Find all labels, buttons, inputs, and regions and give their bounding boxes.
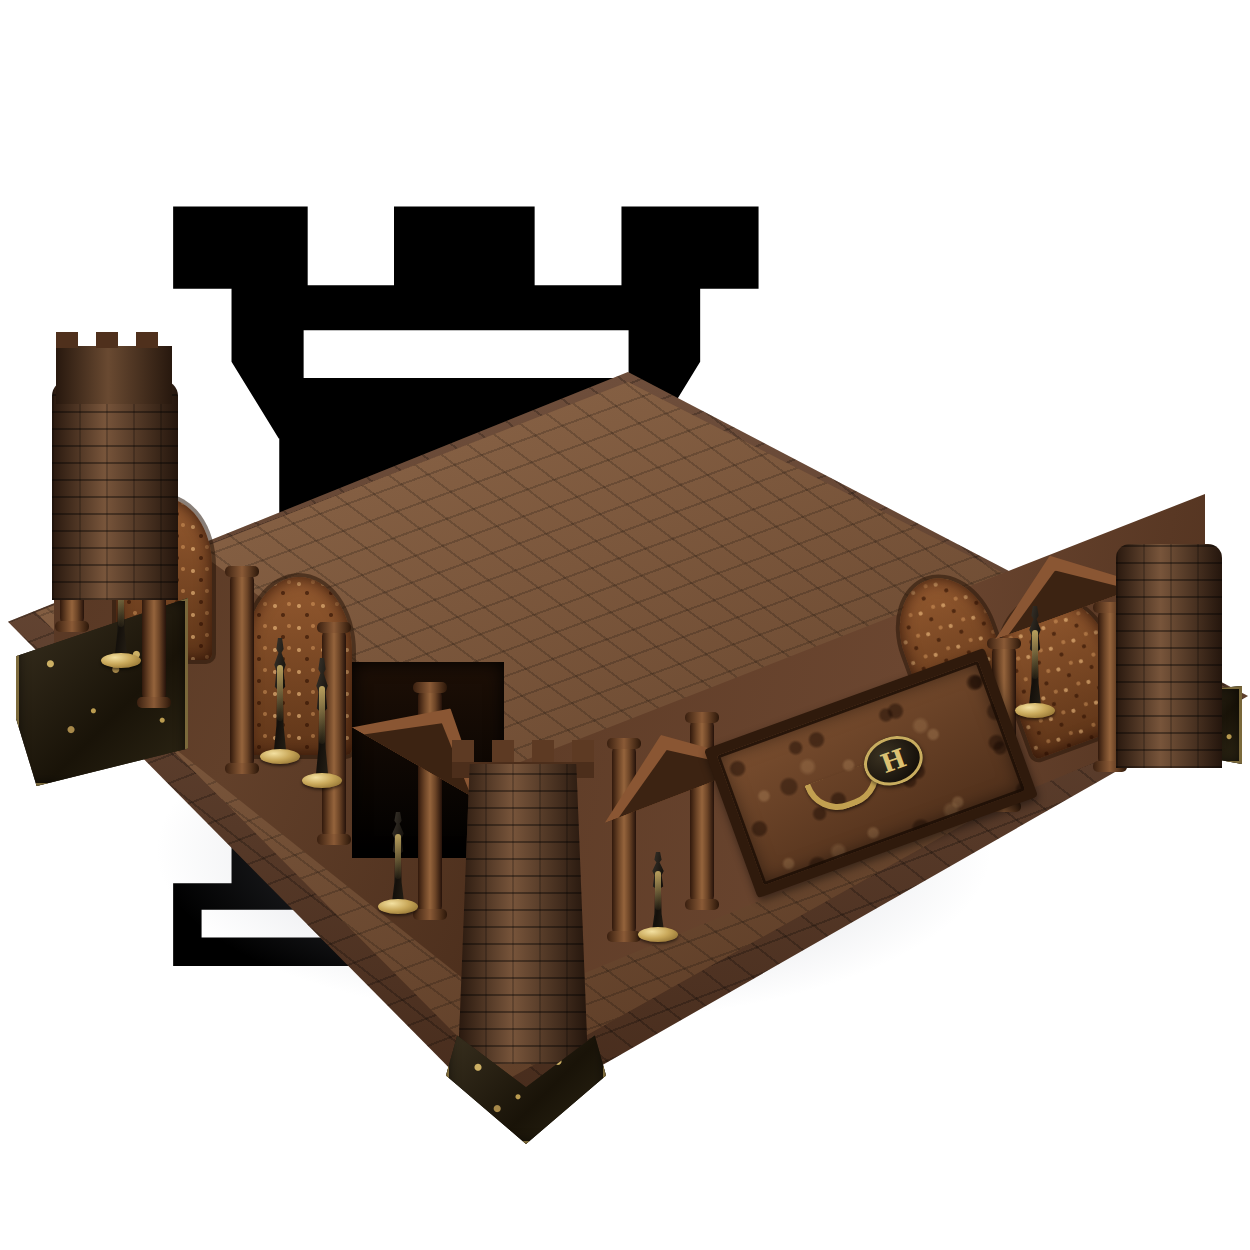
knight-figurine xyxy=(300,658,344,784)
knight-figurine xyxy=(640,852,676,938)
corner-turret-west xyxy=(56,346,172,404)
round-tower-west xyxy=(52,380,178,600)
monogram-letter: H xyxy=(877,742,910,779)
column xyxy=(230,570,254,770)
knight-figurine xyxy=(1016,606,1054,714)
knight-figurine xyxy=(378,812,418,910)
knight-figurine xyxy=(258,638,302,760)
chess-cabinet-photo: H ABCDEFGH1122334455667788 ♜♞♝♛♚♝♞♜♟♟♟♟♟… xyxy=(0,0,1250,1250)
round-tower-east xyxy=(1116,544,1222,768)
piece-black-knight[interactable]: ♞ xyxy=(0,1210,1169,1250)
round-tower-front xyxy=(458,764,588,1064)
